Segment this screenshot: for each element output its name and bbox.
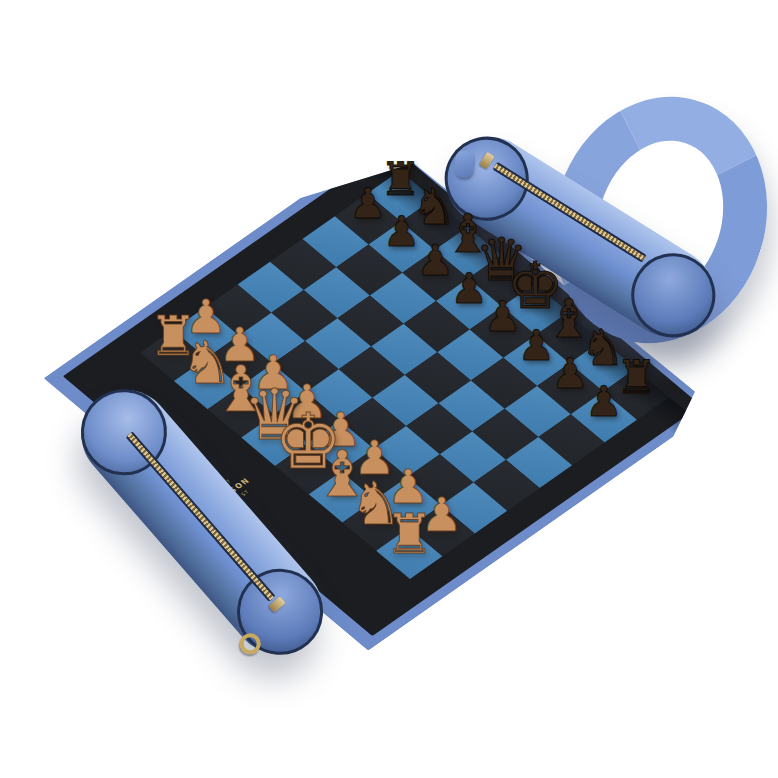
top-roll-zipper-pull-tab	[454, 150, 474, 178]
product-scene: EST. 1887 SMYTHSON OF BOND ST ♜♞♝♛♚♝♞♜♟♟…	[0, 0, 778, 778]
